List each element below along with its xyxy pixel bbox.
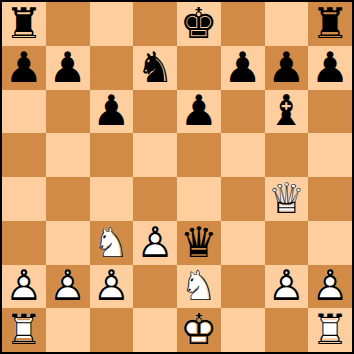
white-rook-icon: ♖ [5,309,43,351]
square-h2[interactable]: ♟♙ [308,265,352,309]
square-b1[interactable] [46,308,90,352]
piece-white-pawn[interactable]: ♟♙ [265,265,309,309]
square-b4[interactable] [46,177,90,221]
black-pawn-icon: ♟ [5,47,43,89]
square-b8[interactable] [46,2,90,46]
black-queen-icon: ♛ [180,222,218,264]
square-b5[interactable] [46,133,90,177]
square-d7[interactable]: ♞ [133,46,177,90]
square-h4[interactable] [308,177,352,221]
piece-white-king[interactable]: ♚♔ [177,308,221,352]
square-g2[interactable]: ♟♙ [265,265,309,309]
piece-black-knight[interactable]: ♞ [133,46,177,90]
piece-black-rook[interactable]: ♜ [2,2,46,46]
square-c2[interactable]: ♟♙ [90,265,134,309]
piece-black-pawn[interactable]: ♟ [265,46,309,90]
square-b6[interactable] [46,90,90,134]
square-g6[interactable]: ♝ [265,90,309,134]
piece-black-pawn[interactable]: ♟ [46,46,90,90]
square-h5[interactable] [308,133,352,177]
square-c8[interactable] [90,2,134,46]
square-b7[interactable]: ♟ [46,46,90,90]
square-e2[interactable]: ♞♘ [177,265,221,309]
piece-black-queen[interactable]: ♛ [177,221,221,265]
square-c7[interactable] [90,46,134,90]
square-f6[interactable] [221,90,265,134]
black-bishop-icon: ♝ [268,90,306,132]
piece-white-rook[interactable]: ♜♖ [2,308,46,352]
square-e5[interactable] [177,133,221,177]
square-a1[interactable]: ♜♖ [2,308,46,352]
black-rook-icon: ♜ [5,3,43,45]
piece-white-knight[interactable]: ♞♘ [90,221,134,265]
piece-black-pawn[interactable]: ♟ [221,46,265,90]
square-g8[interactable] [265,2,309,46]
square-e7[interactable] [177,46,221,90]
black-pawn-icon: ♟ [268,47,306,89]
white-knight-icon: ♘ [180,265,218,307]
piece-black-pawn[interactable]: ♟ [90,90,134,134]
piece-black-rook[interactable]: ♜ [308,2,352,46]
chess-board-frame: ♜♚♜♟♟♞♟♟♟♟♟♝♛♕♞♘♟♙♛♟♙♟♙♟♙♞♘♟♙♟♙♜♖♚♔♜♖ [0,0,354,354]
white-king-icon: ♔ [180,309,218,351]
square-g1[interactable] [265,308,309,352]
square-d6[interactable] [133,90,177,134]
black-king-icon: ♚ [180,3,218,45]
piece-black-bishop[interactable]: ♝ [265,90,309,134]
square-h1[interactable]: ♜♖ [308,308,352,352]
square-f7[interactable]: ♟ [221,46,265,90]
square-d4[interactable] [133,177,177,221]
square-f1[interactable] [221,308,265,352]
square-h3[interactable] [308,221,352,265]
square-e6[interactable]: ♟ [177,90,221,134]
piece-white-pawn[interactable]: ♟♙ [2,265,46,309]
square-a3[interactable] [2,221,46,265]
square-h6[interactable] [308,90,352,134]
black-pawn-icon: ♟ [180,90,218,132]
piece-white-pawn[interactable]: ♟♙ [90,265,134,309]
square-h7[interactable]: ♟ [308,46,352,90]
square-f8[interactable] [221,2,265,46]
white-pawn-icon: ♙ [49,265,87,307]
black-pawn-icon: ♟ [224,47,262,89]
square-b2[interactable]: ♟♙ [46,265,90,309]
square-d5[interactable] [133,133,177,177]
square-h8[interactable]: ♜ [308,2,352,46]
white-pawn-icon: ♙ [311,265,349,307]
square-f3[interactable] [221,221,265,265]
piece-white-pawn[interactable]: ♟♙ [308,265,352,309]
black-pawn-icon: ♟ [93,90,131,132]
square-c1[interactable] [90,308,134,352]
square-a4[interactable] [2,177,46,221]
square-c6[interactable]: ♟ [90,90,134,134]
square-e8[interactable]: ♚ [177,2,221,46]
square-c5[interactable] [90,133,134,177]
square-b3[interactable] [46,221,90,265]
white-pawn-icon: ♙ [5,265,43,307]
square-f2[interactable] [221,265,265,309]
piece-white-knight[interactable]: ♞♘ [177,265,221,309]
white-queen-icon: ♕ [268,178,306,220]
piece-black-pawn[interactable]: ♟ [2,46,46,90]
white-rook-icon: ♖ [311,309,349,351]
piece-black-pawn[interactable]: ♟ [308,46,352,90]
black-pawn-icon: ♟ [311,47,349,89]
white-pawn-icon: ♙ [136,222,174,264]
white-knight-icon: ♘ [93,222,131,264]
black-rook-icon: ♜ [311,3,349,45]
square-g5[interactable] [265,133,309,177]
white-pawn-icon: ♙ [268,265,306,307]
piece-white-pawn[interactable]: ♟♙ [133,221,177,265]
square-a5[interactable] [2,133,46,177]
square-g3[interactable] [265,221,309,265]
square-f5[interactable] [221,133,265,177]
square-f4[interactable] [221,177,265,221]
piece-white-pawn[interactable]: ♟♙ [46,265,90,309]
piece-black-king[interactable]: ♚ [177,2,221,46]
square-g4[interactable]: ♛♕ [265,177,309,221]
square-a6[interactable] [2,90,46,134]
square-e3[interactable]: ♛ [177,221,221,265]
square-a2[interactable]: ♟♙ [2,265,46,309]
black-pawn-icon: ♟ [49,47,87,89]
square-d8[interactable] [133,2,177,46]
black-knight-icon: ♞ [136,47,174,89]
square-a8[interactable]: ♜ [2,2,46,46]
square-g7[interactable]: ♟ [265,46,309,90]
piece-white-queen[interactable]: ♛♕ [265,177,309,221]
square-d1[interactable] [133,308,177,352]
square-d3[interactable]: ♟♙ [133,221,177,265]
square-a7[interactable]: ♟ [2,46,46,90]
square-d2[interactable] [133,265,177,309]
square-e1[interactable]: ♚♔ [177,308,221,352]
white-pawn-icon: ♙ [93,265,131,307]
piece-white-rook[interactable]: ♜♖ [308,308,352,352]
square-c4[interactable] [90,177,134,221]
piece-black-pawn[interactable]: ♟ [177,90,221,134]
chess-board: ♜♚♜♟♟♞♟♟♟♟♟♝♛♕♞♘♟♙♛♟♙♟♙♟♙♞♘♟♙♟♙♜♖♚♔♜♖ [2,2,352,352]
square-c3[interactable]: ♞♘ [90,221,134,265]
square-e4[interactable] [177,177,221,221]
